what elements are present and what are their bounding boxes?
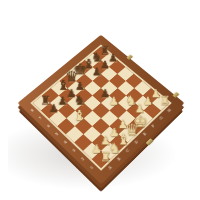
square-h2[interactable]: ♟: [143, 88, 160, 103]
square-g3[interactable]: [126, 88, 143, 103]
white-pawn[interactable]: ♟: [151, 88, 161, 99]
square-h7[interactable]: ♟: [101, 53, 117, 67]
white-pawn[interactable]: ♟: [109, 96, 119, 107]
square-d6[interactable]: [76, 88, 93, 103]
square-d7[interactable]: ♟: [68, 81, 85, 96]
square-e7[interactable]: [76, 74, 93, 88]
black-bishop[interactable]: ♝: [57, 78, 69, 92]
square-f7[interactable]: ♟: [85, 67, 101, 81]
square-g7[interactable]: ♟: [93, 60, 109, 74]
square-g8[interactable]: ♞: [85, 53, 101, 67]
square-e5[interactable]: ♟: [93, 88, 110, 103]
square-h6[interactable]: [109, 60, 125, 74]
square-f5[interactable]: [101, 81, 118, 96]
square-h4[interactable]: [126, 74, 143, 88]
wooden-board-frame: ♜♝♛♚♝♞♜♟♟♟♟♟♟♟♞♝♟♟♞♟♟♟♟♟♟♟♜♞♝♛♚♜ ABCDEFG…: [18, 35, 185, 184]
black-pawn[interactable]: ♟: [92, 67, 102, 78]
square-e6[interactable]: [84, 81, 101, 96]
black-pawn[interactable]: ♟: [67, 88, 77, 99]
white-rook[interactable]: ♜: [160, 95, 171, 107]
square-g4[interactable]: [118, 81, 135, 96]
square-f6[interactable]: [93, 74, 110, 88]
square-d8[interactable]: ♛: [60, 74, 77, 88]
square-f3[interactable]: ♞: [118, 96, 135, 111]
black-pawn[interactable]: ♟: [100, 88, 110, 99]
black-pawn[interactable]: ♟: [75, 81, 85, 92]
square-c7[interactable]: ♟: [59, 88, 76, 103]
square-g2[interactable]: ♟: [135, 96, 152, 111]
square-h5[interactable]: [117, 67, 133, 81]
square-h8[interactable]: ♜: [93, 47, 109, 60]
square-f4[interactable]: [109, 88, 126, 103]
square-b7[interactable]: ♟: [50, 96, 67, 111]
chess-board-assembly: ♜♝♛♚♝♞♜♟♟♟♟♟♟♟♞♝♟♟♞♟♟♟♟♟♟♟♜♞♝♛♚♜ ABCDEFG…: [0, 0, 200, 200]
square-f8[interactable]: ♝: [77, 60, 93, 74]
black-pawn[interactable]: ♟: [108, 53, 117, 63]
black-king[interactable]: ♚: [73, 62, 87, 78]
square-e8[interactable]: ♚: [68, 67, 84, 81]
black-rook[interactable]: ♜: [40, 95, 51, 107]
brass-hinge-icon: [126, 55, 133, 61]
square-g6[interactable]: [101, 67, 117, 81]
brass-hinge-icon: [172, 92, 179, 98]
square-b8[interactable]: [42, 88, 59, 103]
square-e4[interactable]: ♟: [101, 96, 118, 111]
square-c8[interactable]: ♝: [51, 81, 68, 96]
black-bishop[interactable]: ♝: [83, 57, 95, 70]
product-photo-scene: ♜♝♛♚♝♞♜♟♟♟♟♟♟♟♞♝♟♟♞♟♟♟♟♟♟♟♜♞♝♛♚♜ ABCDEFG…: [0, 0, 200, 200]
black-pawn[interactable]: ♟: [100, 60, 109, 71]
black-rook[interactable]: ♜: [100, 45, 110, 56]
black-queen[interactable]: ♛: [65, 70, 78, 85]
chess-board-grid: ♜♝♛♚♝♞♜♟♟♟♟♟♟♟♞♝♟♟♞♟♟♟♟♟♟♟♜♞♝♛♚♜: [30, 45, 171, 171]
square-g5[interactable]: [109, 74, 126, 88]
square-h3[interactable]: [134, 81, 151, 96]
black-knight[interactable]: ♞: [91, 51, 102, 63]
brass-clasp-icon: [146, 138, 154, 145]
